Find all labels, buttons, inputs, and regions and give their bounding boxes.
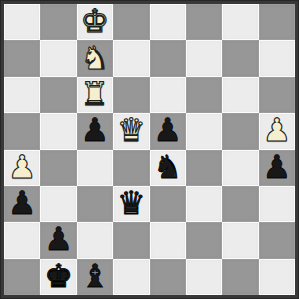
- black-knight: ♞: [153, 150, 182, 185]
- square-b8[interactable]: [40, 4, 76, 40]
- square-a7[interactable]: [4, 40, 40, 76]
- black-bishop: ♝: [81, 259, 110, 294]
- black-pawn: ♟: [81, 113, 110, 148]
- square-f5[interactable]: [186, 113, 222, 149]
- square-b7[interactable]: [40, 40, 76, 76]
- square-c8[interactable]: ♚: [77, 4, 113, 40]
- square-f3[interactable]: [186, 186, 222, 222]
- square-g4[interactable]: [222, 150, 258, 186]
- square-a8[interactable]: [4, 4, 40, 40]
- square-a6[interactable]: [4, 77, 40, 113]
- square-f4[interactable]: [186, 150, 222, 186]
- square-c6[interactable]: ♜: [77, 77, 113, 113]
- square-a1[interactable]: [4, 259, 40, 295]
- square-b4[interactable]: [40, 150, 76, 186]
- square-e4[interactable]: ♞: [150, 150, 186, 186]
- square-b2[interactable]: ♟: [40, 222, 76, 258]
- square-g7[interactable]: [222, 40, 258, 76]
- square-d5[interactable]: ♛: [113, 113, 149, 149]
- square-f7[interactable]: [186, 40, 222, 76]
- square-h8[interactable]: [259, 4, 295, 40]
- square-e3[interactable]: [150, 186, 186, 222]
- white-rook: ♜: [81, 77, 110, 112]
- white-pawn: ♟: [262, 113, 291, 148]
- black-pawn: ♟: [262, 150, 291, 185]
- square-d6[interactable]: [113, 77, 149, 113]
- square-a4[interactable]: ♟: [4, 150, 40, 186]
- square-h4[interactable]: ♟: [259, 150, 295, 186]
- square-c7[interactable]: ♞: [77, 40, 113, 76]
- square-g3[interactable]: [222, 186, 258, 222]
- square-g6[interactable]: [222, 77, 258, 113]
- square-c2[interactable]: [77, 222, 113, 258]
- square-b5[interactable]: [40, 113, 76, 149]
- chess-board: ♚♞♜♟♛♟♟♟♞♟♟♛♟♚♝: [4, 4, 295, 295]
- square-a3[interactable]: ♟: [4, 186, 40, 222]
- square-f1[interactable]: [186, 259, 222, 295]
- square-c4[interactable]: [77, 150, 113, 186]
- square-b3[interactable]: [40, 186, 76, 222]
- black-pawn: ♟: [153, 113, 182, 148]
- black-pawn: ♟: [8, 186, 37, 221]
- white-knight: ♞: [81, 40, 110, 75]
- white-queen: ♛: [117, 113, 146, 148]
- square-d7[interactable]: [113, 40, 149, 76]
- square-c5[interactable]: ♟: [77, 113, 113, 149]
- square-g8[interactable]: [222, 4, 258, 40]
- square-e2[interactable]: [150, 222, 186, 258]
- square-f2[interactable]: [186, 222, 222, 258]
- square-g2[interactable]: [222, 222, 258, 258]
- square-g1[interactable]: [222, 259, 258, 295]
- square-a5[interactable]: [4, 113, 40, 149]
- square-e7[interactable]: [150, 40, 186, 76]
- chess-board-frame: ♚♞♜♟♛♟♟♟♞♟♟♛♟♚♝: [0, 0, 299, 299]
- black-pawn: ♟: [44, 222, 73, 257]
- square-f6[interactable]: [186, 77, 222, 113]
- square-e5[interactable]: ♟: [150, 113, 186, 149]
- square-h7[interactable]: [259, 40, 295, 76]
- square-h2[interactable]: [259, 222, 295, 258]
- square-h6[interactable]: [259, 77, 295, 113]
- square-b6[interactable]: [40, 77, 76, 113]
- square-b1[interactable]: ♚: [40, 259, 76, 295]
- square-a2[interactable]: [4, 222, 40, 258]
- square-h3[interactable]: [259, 186, 295, 222]
- black-queen: ♛: [117, 186, 146, 221]
- square-h5[interactable]: ♟: [259, 113, 295, 149]
- square-d2[interactable]: [113, 222, 149, 258]
- white-pawn: ♟: [8, 150, 37, 185]
- square-d8[interactable]: [113, 4, 149, 40]
- white-king: ♚: [81, 4, 110, 39]
- square-e6[interactable]: [150, 77, 186, 113]
- square-e8[interactable]: [150, 4, 186, 40]
- square-g5[interactable]: [222, 113, 258, 149]
- black-king: ♚: [44, 259, 73, 294]
- square-d1[interactable]: [113, 259, 149, 295]
- square-d3[interactable]: ♛: [113, 186, 149, 222]
- square-f8[interactable]: [186, 4, 222, 40]
- square-h1[interactable]: [259, 259, 295, 295]
- square-d4[interactable]: [113, 150, 149, 186]
- square-c1[interactable]: ♝: [77, 259, 113, 295]
- square-c3[interactable]: [77, 186, 113, 222]
- square-e1[interactable]: [150, 259, 186, 295]
